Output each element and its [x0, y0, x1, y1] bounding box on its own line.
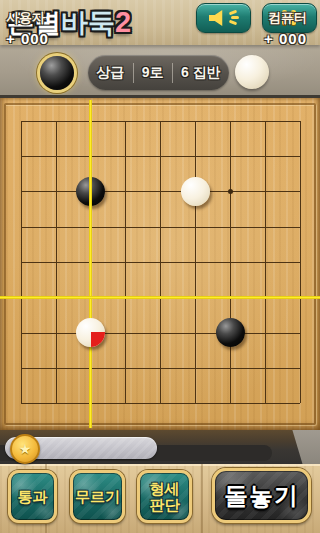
grid-line-v — [230, 121, 231, 404]
grid-line-h — [21, 403, 300, 404]
sound-button[interactable] — [196, 3, 251, 33]
pass-button[interactable]: 통과 — [8, 470, 57, 523]
computer-stone-white — [235, 55, 269, 89]
speaker-wave-icon — [229, 20, 238, 26]
speaker-icon — [209, 10, 226, 26]
place-stone-button-label: 돌놓기 — [224, 488, 299, 504]
go-board[interactable] — [0, 98, 320, 430]
place-stone-button[interactable]: 돌놓기 — [212, 468, 311, 523]
computer-label: 컴퓨터 — [268, 9, 307, 27]
undo-button-label: 무르기 — [75, 489, 120, 505]
preview-white-stone — [76, 318, 105, 347]
grid-line-h — [21, 333, 300, 334]
grid-line-v — [300, 121, 301, 404]
divider — [172, 63, 173, 83]
territory-judge-button[interactable]: 형세 판단 — [137, 470, 192, 523]
computer-score: + 000 — [264, 30, 307, 47]
grid-line-h — [21, 368, 300, 369]
user-score: + 000 — [6, 30, 49, 47]
speaker-wave-icon — [229, 10, 238, 16]
gold-coin-icon: ★ — [10, 434, 40, 464]
undo-button[interactable]: 무르기 — [70, 470, 125, 523]
match-info-pill: 상급 9로 6 집반 — [88, 55, 229, 90]
app-title-part3: 2 — [115, 6, 131, 38]
app-title-part2: 바둑 — [61, 8, 115, 38]
separator — [0, 95, 320, 98]
user-stone-black-turn-indicator — [40, 56, 74, 90]
user-panel: 사용자 + 000 — [6, 9, 49, 47]
move-timer-quarter-icon — [76, 318, 105, 347]
match-level: 상급 — [96, 64, 124, 82]
cursor-line-horizontal — [0, 296, 320, 299]
user-label: 사용자 — [6, 9, 45, 27]
corner-decoration — [274, 430, 320, 464]
match-komi: 6 집반 — [181, 64, 221, 82]
plank-seam — [201, 464, 203, 533]
computer-panel: 컴퓨터 + 000 — [264, 9, 307, 47]
grid-line-v — [195, 121, 196, 404]
star-point — [228, 189, 233, 194]
black-stone — [216, 318, 245, 347]
app-screen: 은별바둑2 사용자 + 000 상급 9로 6 집반 컴퓨터 + 000 — [0, 0, 320, 533]
grid-line-h — [21, 262, 300, 263]
speaker-wave-icon — [231, 16, 239, 19]
grid-line-v — [265, 121, 266, 404]
pass-button-label: 통과 — [18, 489, 48, 505]
cursor-line-vertical — [89, 100, 92, 428]
match-board-size: 9로 — [142, 64, 164, 82]
white-stone — [181, 177, 210, 206]
territory-judge-button-label: 형세 판단 — [150, 481, 180, 513]
divider — [133, 63, 134, 83]
